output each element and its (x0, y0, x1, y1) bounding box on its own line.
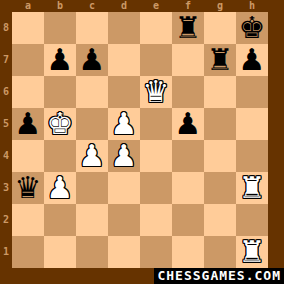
square-a4[interactable] (12, 140, 44, 172)
square-b1[interactable] (44, 236, 76, 268)
square-c8[interactable] (76, 12, 108, 44)
square-f3[interactable] (172, 172, 204, 204)
square-f4[interactable] (172, 140, 204, 172)
square-d1[interactable] (108, 236, 140, 268)
square-h6[interactable] (236, 76, 268, 108)
square-e7[interactable] (140, 44, 172, 76)
piece-black-pawn[interactable]: ♟ (175, 108, 202, 140)
rank-label-4: 4 (0, 140, 12, 172)
square-e8[interactable] (140, 12, 172, 44)
rank-label-8: 8 (0, 12, 12, 44)
square-a7[interactable] (12, 44, 44, 76)
square-f2[interactable] (172, 204, 204, 236)
piece-white-queen[interactable]: ♛ (143, 76, 170, 108)
square-e1[interactable] (140, 236, 172, 268)
square-c2[interactable] (76, 204, 108, 236)
rank-label-1: 1 (0, 236, 12, 268)
square-b7[interactable]: ♟ (44, 44, 76, 76)
file-label-c: c (76, 0, 108, 12)
square-f7[interactable] (172, 44, 204, 76)
square-f6[interactable] (172, 76, 204, 108)
rank-label-3: 3 (0, 172, 12, 204)
square-c5[interactable] (76, 108, 108, 140)
square-f8[interactable]: ♜ (172, 12, 204, 44)
piece-black-rook[interactable]: ♜ (175, 12, 202, 44)
square-a3[interactable]: ♛ (12, 172, 44, 204)
square-b5[interactable]: ♚ (44, 108, 76, 140)
square-b3[interactable]: ♟ (44, 172, 76, 204)
rank-label-7: 7 (0, 44, 12, 76)
piece-black-king[interactable]: ♚ (239, 12, 266, 44)
board-frame: abcdefgh 87654321 ♜♚♟♟♜♟♛♟♚♟♟♟♟♛♟♜♜ CHES… (0, 0, 284, 284)
square-b6[interactable] (44, 76, 76, 108)
square-c3[interactable] (76, 172, 108, 204)
square-h8[interactable]: ♚ (236, 12, 268, 44)
square-c6[interactable] (76, 76, 108, 108)
square-g8[interactable] (204, 12, 236, 44)
rank-label-6: 6 (0, 76, 12, 108)
piece-white-pawn[interactable]: ♟ (79, 140, 106, 172)
square-d5[interactable]: ♟ (108, 108, 140, 140)
piece-black-pawn[interactable]: ♟ (15, 108, 42, 140)
file-label-d: d (108, 0, 140, 12)
piece-black-pawn[interactable]: ♟ (239, 44, 266, 76)
square-d7[interactable] (108, 44, 140, 76)
square-f1[interactable] (172, 236, 204, 268)
square-g1[interactable] (204, 236, 236, 268)
square-g6[interactable] (204, 76, 236, 108)
square-h7[interactable]: ♟ (236, 44, 268, 76)
square-h4[interactable] (236, 140, 268, 172)
square-e3[interactable] (140, 172, 172, 204)
square-e2[interactable] (140, 204, 172, 236)
file-labels: abcdefgh (12, 0, 268, 12)
file-label-e: e (140, 0, 172, 12)
square-d6[interactable] (108, 76, 140, 108)
square-d8[interactable] (108, 12, 140, 44)
square-f5[interactable]: ♟ (172, 108, 204, 140)
square-h5[interactable] (236, 108, 268, 140)
piece-white-king[interactable]: ♚ (47, 108, 74, 140)
piece-white-rook[interactable]: ♜ (239, 172, 266, 204)
square-c7[interactable]: ♟ (76, 44, 108, 76)
square-b4[interactable] (44, 140, 76, 172)
square-e4[interactable] (140, 140, 172, 172)
square-h1[interactable]: ♜ (236, 236, 268, 268)
square-g5[interactable] (204, 108, 236, 140)
square-g2[interactable] (204, 204, 236, 236)
file-label-a: a (12, 0, 44, 12)
piece-black-queen[interactable]: ♛ (15, 172, 42, 204)
square-a8[interactable] (12, 12, 44, 44)
square-g7[interactable]: ♜ (204, 44, 236, 76)
square-c1[interactable] (76, 236, 108, 268)
square-b2[interactable] (44, 204, 76, 236)
piece-white-pawn[interactable]: ♟ (111, 108, 138, 140)
square-a1[interactable] (12, 236, 44, 268)
square-e6[interactable]: ♛ (140, 76, 172, 108)
piece-white-pawn[interactable]: ♟ (47, 172, 74, 204)
square-c4[interactable]: ♟ (76, 140, 108, 172)
piece-black-pawn[interactable]: ♟ (47, 44, 74, 76)
rank-label-5: 5 (0, 108, 12, 140)
square-d3[interactable] (108, 172, 140, 204)
rank-label-2: 2 (0, 204, 12, 236)
square-a5[interactable]: ♟ (12, 108, 44, 140)
square-d4[interactable]: ♟ (108, 140, 140, 172)
square-g4[interactable] (204, 140, 236, 172)
square-h3[interactable]: ♜ (236, 172, 268, 204)
piece-white-rook[interactable]: ♜ (239, 236, 266, 268)
piece-black-pawn[interactable]: ♟ (79, 44, 106, 76)
piece-white-pawn[interactable]: ♟ (111, 140, 138, 172)
chess-board: ♜♚♟♟♜♟♛♟♚♟♟♟♟♛♟♜♜ (12, 12, 268, 268)
square-b8[interactable] (44, 12, 76, 44)
square-a2[interactable] (12, 204, 44, 236)
watermark: CHESSGAMES.COM (154, 268, 284, 284)
square-a6[interactable] (12, 76, 44, 108)
file-label-g: g (204, 0, 236, 12)
square-e5[interactable] (140, 108, 172, 140)
file-label-b: b (44, 0, 76, 12)
square-g3[interactable] (204, 172, 236, 204)
square-d2[interactable] (108, 204, 140, 236)
square-h2[interactable] (236, 204, 268, 236)
rank-labels: 87654321 (0, 12, 12, 268)
piece-black-rook[interactable]: ♜ (207, 44, 234, 76)
